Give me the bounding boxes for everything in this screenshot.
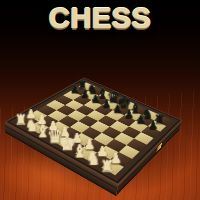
black-pawn[interactable]: ♟ <box>124 109 134 120</box>
black-pawn[interactable]: ♟ <box>102 99 112 110</box>
white-rook[interactable]: ♜ <box>100 159 114 175</box>
white-knight[interactable]: ♞ <box>86 151 101 167</box>
chess-splash-screen: CHESS ♜♞♝♛♚♝♞♜♟♟♟♟♟♟♟♟♟♟♟♟♟♟♟♟♜♞♝♛♚♝♞♜ <box>0 0 200 200</box>
black-pawn[interactable]: ♟ <box>70 84 79 94</box>
chess-board[interactable]: ♜♞♝♛♚♝♞♜♟♟♟♟♟♟♟♟♟♟♟♟♟♟♟♟♜♞♝♛♚♝♞♜ <box>26 49 171 194</box>
black-pawn[interactable]: ♟ <box>81 89 91 100</box>
black-pawn[interactable]: ♟ <box>148 120 158 132</box>
game-title: CHESS <box>0 2 200 35</box>
black-pawn[interactable]: ♟ <box>136 114 146 125</box>
black-pawn[interactable]: ♟ <box>91 94 101 105</box>
black-pawn[interactable]: ♟ <box>113 104 123 115</box>
